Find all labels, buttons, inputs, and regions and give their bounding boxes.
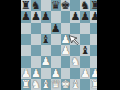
black-king[interactable]: ♚: [61, 0, 71, 11]
square-d1[interactable]: ♛: [51, 79, 61, 90]
square-h2[interactable]: ♟: [90, 68, 97, 79]
square-a7[interactable]: ♟: [21, 11, 31, 22]
black-pawn[interactable]: ♟: [21, 11, 31, 22]
square-f4[interactable]: [70, 45, 80, 56]
square-a6[interactable]: [21, 23, 31, 34]
white-knight[interactable]: ♞: [70, 56, 80, 67]
square-e5[interactable]: ♟: [61, 34, 71, 45]
white-bishop[interactable]: ♝: [70, 78, 80, 89]
white-pawn[interactable]: ♟: [61, 33, 71, 44]
square-h6[interactable]: [90, 23, 97, 34]
square-b1[interactable]: ♞: [31, 79, 41, 90]
square-a4[interactable]: [21, 45, 31, 56]
square-f6[interactable]: [70, 23, 80, 34]
square-f8[interactable]: [70, 0, 80, 11]
square-e8[interactable]: ♚: [61, 0, 71, 11]
square-f1[interactable]: ♝: [70, 79, 80, 90]
white-queen[interactable]: ♛: [51, 78, 61, 89]
black-pawn[interactable]: ♟: [70, 11, 80, 22]
square-d4[interactable]: [51, 45, 61, 56]
square-e7[interactable]: [61, 11, 71, 22]
square-g6[interactable]: [80, 23, 90, 34]
square-c8[interactable]: [41, 0, 51, 11]
square-c2[interactable]: [41, 68, 51, 79]
square-f5[interactable]: [70, 34, 80, 45]
chess-board[interactable]: ♜♞♛♚♞♜♟♟♟♟♟♟♟♝♟♟♝♟♞♟♟♟♟♟♜♞♝♛♚♝♜: [21, 0, 97, 90]
square-e2[interactable]: [61, 68, 71, 79]
white-pawn[interactable]: ♟: [80, 67, 90, 78]
square-d8[interactable]: ♛: [51, 0, 61, 11]
square-e3[interactable]: [61, 56, 71, 67]
black-knight[interactable]: ♞: [31, 0, 41, 11]
square-e4[interactable]: ♟: [61, 45, 71, 56]
square-h4[interactable]: [90, 45, 97, 56]
square-e6[interactable]: [61, 23, 71, 34]
square-h8[interactable]: ♜: [90, 0, 97, 11]
white-rook[interactable]: ♜: [21, 78, 31, 89]
square-b3[interactable]: [31, 56, 41, 67]
square-f3[interactable]: ♞: [70, 56, 80, 67]
letterbox-right: [97, 0, 120, 90]
square-c5[interactable]: ♝: [41, 34, 51, 45]
square-g5[interactable]: [80, 34, 90, 45]
square-a8[interactable]: ♜: [21, 0, 31, 11]
white-pawn[interactable]: ♟: [31, 67, 41, 78]
square-c7[interactable]: ♟: [41, 11, 51, 22]
square-a2[interactable]: ♟: [21, 68, 31, 79]
square-a1[interactable]: ♜: [21, 79, 31, 90]
black-pawn[interactable]: ♟: [51, 22, 61, 33]
black-bishop[interactable]: ♝: [80, 45, 90, 56]
square-e1[interactable]: ♚: [61, 79, 71, 90]
white-king[interactable]: ♚: [61, 78, 71, 89]
square-d3[interactable]: [51, 56, 61, 67]
white-rook[interactable]: ♜: [90, 78, 97, 89]
square-b2[interactable]: ♟: [31, 68, 41, 79]
square-g7[interactable]: ♟: [80, 11, 90, 22]
square-d7[interactable]: [51, 11, 61, 22]
square-c4[interactable]: [41, 45, 51, 56]
square-h7[interactable]: ♟: [90, 11, 97, 22]
square-d2[interactable]: ♟: [51, 68, 61, 79]
white-knight[interactable]: ♞: [31, 78, 41, 89]
square-g1[interactable]: [80, 79, 90, 90]
black-pawn[interactable]: ♟: [31, 11, 41, 22]
square-b8[interactable]: ♞: [31, 0, 41, 11]
square-a3[interactable]: [21, 56, 31, 67]
black-knight[interactable]: ♞: [80, 0, 90, 11]
white-pawn[interactable]: ♟: [61, 45, 71, 56]
square-a5[interactable]: [21, 34, 31, 45]
square-b7[interactable]: ♟: [31, 11, 41, 22]
square-g4[interactable]: ♝: [80, 45, 90, 56]
white-pawn[interactable]: ♟: [90, 67, 97, 78]
square-b6[interactable]: [31, 23, 41, 34]
square-c3[interactable]: ♟: [41, 56, 51, 67]
square-c1[interactable]: ♝: [41, 79, 51, 90]
square-d6[interactable]: ♟: [51, 23, 61, 34]
white-bishop[interactable]: ♝: [41, 78, 51, 89]
black-pawn[interactable]: ♟: [80, 11, 90, 22]
black-queen[interactable]: ♛: [51, 0, 61, 11]
chess-app-viewport: ♜♞♛♚♞♜♟♟♟♟♟♟♟♝♟♟♝♟♞♟♟♟♟♟♜♞♝♛♚♝♜: [0, 0, 120, 90]
square-h3[interactable]: [90, 56, 97, 67]
square-h1[interactable]: ♜: [90, 79, 97, 90]
square-h5[interactable]: [90, 34, 97, 45]
square-g8[interactable]: ♞: [80, 0, 90, 11]
square-f2[interactable]: [70, 68, 80, 79]
square-b4[interactable]: [31, 45, 41, 56]
square-c6[interactable]: [41, 23, 51, 34]
square-d5[interactable]: [51, 34, 61, 45]
black-rook[interactable]: ♜: [21, 0, 31, 11]
white-pawn[interactable]: ♟: [21, 67, 31, 78]
black-rook[interactable]: ♜: [90, 0, 97, 11]
black-bishop[interactable]: ♝: [41, 33, 51, 44]
square-b5[interactable]: [31, 34, 41, 45]
black-pawn[interactable]: ♟: [90, 11, 97, 22]
square-g3[interactable]: [80, 56, 90, 67]
square-g2[interactable]: ♟: [80, 68, 90, 79]
square-f7[interactable]: ♟: [70, 11, 80, 22]
white-pawn[interactable]: ♟: [41, 56, 51, 67]
letterbox-left: [0, 0, 21, 90]
white-pawn[interactable]: ♟: [51, 67, 61, 78]
black-pawn[interactable]: ♟: [41, 11, 51, 22]
